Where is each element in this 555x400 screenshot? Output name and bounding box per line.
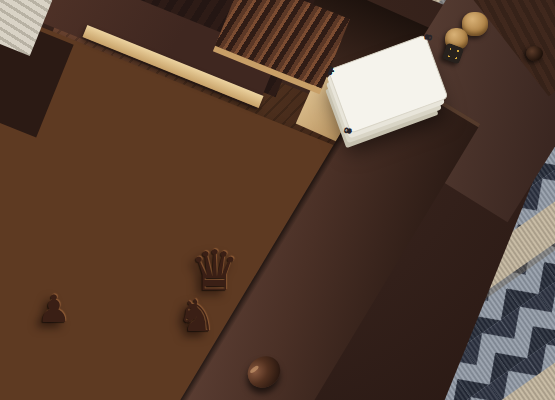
black-knight[interactable]: ♞ [176, 293, 215, 337]
side-drawer-knob[interactable] [526, 46, 543, 61]
black-pawn[interactable]: ♟ [36, 289, 70, 327]
game-table-scene: ♛♞♟ 8 ♠ 8 ♠ ♠♠♠♠♠♠♠♠ [0, 0, 555, 400]
spade-icon: ♠ [344, 127, 352, 135]
spade-icon: ♠ [424, 33, 432, 41]
